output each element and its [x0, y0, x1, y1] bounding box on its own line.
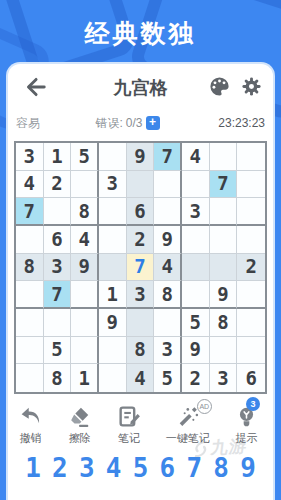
undo-label: 撤销 — [20, 431, 42, 446]
numpad-4[interactable]: 4 — [102, 455, 126, 481]
cell-r4c1[interactable] — [16, 226, 44, 254]
cell-r6c7[interactable] — [182, 281, 210, 309]
cell-r4c9[interactable] — [237, 226, 265, 254]
erase-label: 擦除 — [69, 431, 91, 446]
cell-r8c7[interactable]: 9 — [182, 337, 210, 365]
ad-badge: AD — [197, 399, 212, 414]
cell-r7c1[interactable] — [16, 309, 44, 337]
cell-r3c7[interactable]: 3 — [182, 198, 210, 226]
cell-r6c6[interactable]: 8 — [154, 281, 182, 309]
hint-count-badge: 3 — [246, 397, 260, 411]
cell-r1c3[interactable]: 5 — [71, 143, 99, 171]
cell-r9c9[interactable]: 6 — [237, 364, 265, 392]
cell-r7c7[interactable]: 5 — [182, 309, 210, 337]
palette-icon — [208, 75, 231, 98]
cell-r3c5[interactable]: 6 — [127, 198, 155, 226]
cell-r5c8[interactable] — [210, 254, 238, 282]
hint-label: 提示 — [236, 431, 258, 446]
hint-button[interactable]: 3 提示 — [234, 404, 259, 446]
cell-r9c5[interactable]: 4 — [127, 364, 155, 392]
cell-r1c8[interactable] — [210, 143, 238, 171]
cell-r9c6[interactable]: 5 — [154, 364, 182, 392]
cell-r6c8[interactable]: 9 — [210, 281, 238, 309]
cell-r2c8[interactable]: 7 — [210, 171, 238, 199]
cell-r7c2[interactable] — [44, 309, 72, 337]
cell-r4c7[interactable] — [182, 226, 210, 254]
game-card: 九宫格 — [6, 62, 275, 500]
cell-r6c9[interactable] — [237, 281, 265, 309]
cell-r2c7[interactable] — [182, 171, 210, 199]
numpad-9[interactable]: 9 — [236, 455, 260, 481]
numpad-8[interactable]: 8 — [209, 455, 233, 481]
numpad-3[interactable]: 3 — [75, 455, 99, 481]
cell-r6c1[interactable] — [16, 281, 44, 309]
cell-r8c1[interactable] — [16, 337, 44, 365]
cell-r6c4[interactable]: 1 — [99, 281, 127, 309]
cell-r1c4[interactable] — [99, 143, 127, 171]
cell-r5c4[interactable] — [99, 254, 127, 282]
cell-r8c4[interactable] — [99, 337, 127, 365]
numpad-6[interactable]: 6 — [155, 455, 179, 481]
cell-r8c2[interactable]: 5 — [44, 337, 72, 365]
cell-r4c4[interactable] — [99, 226, 127, 254]
cell-r8c8[interactable] — [210, 337, 238, 365]
cell-r5c6[interactable]: 4 — [154, 254, 182, 282]
cell-r3c2[interactable] — [44, 198, 72, 226]
cell-r5c7[interactable] — [182, 254, 210, 282]
cell-r1c1[interactable]: 3 — [16, 143, 44, 171]
cell-r4c6[interactable]: 9 — [154, 226, 182, 254]
cell-r7c9[interactable] — [237, 309, 265, 337]
errors-value: 0/3 — [126, 116, 143, 130]
difficulty-label: 容易 — [16, 115, 68, 132]
cell-r7c8[interactable]: 8 — [210, 309, 238, 337]
cell-r6c2[interactable]: 7 — [44, 281, 72, 309]
cell-r8c9[interactable] — [237, 337, 265, 365]
toolbar: 撤销 擦除 笔记 AD — [8, 394, 273, 446]
cell-r3c8[interactable] — [210, 198, 238, 226]
card-header: 九宫格 — [8, 64, 273, 110]
cell-r3c1[interactable]: 7 — [16, 198, 44, 226]
cell-r7c3[interactable] — [71, 309, 99, 337]
settings-gear-icon — [240, 75, 263, 98]
cell-r2c2[interactable]: 2 — [44, 171, 72, 199]
notes-label: 笔记 — [118, 431, 140, 446]
eraser-icon — [67, 404, 92, 429]
numpad-2[interactable]: 2 — [48, 455, 72, 481]
numpad-7[interactable]: 7 — [182, 455, 206, 481]
cell-r9c3[interactable]: 1 — [71, 364, 99, 392]
undo-icon — [18, 404, 43, 429]
cell-r6c5[interactable]: 3 — [127, 281, 155, 309]
cell-r5c2[interactable]: 3 — [44, 254, 72, 282]
cell-r9c1[interactable] — [16, 364, 44, 392]
numpad-1[interactable]: 1 — [21, 455, 45, 481]
cell-r3c9[interactable] — [237, 198, 265, 226]
cell-r8c6[interactable]: 3 — [154, 337, 182, 365]
cell-r5c3[interactable]: 9 — [71, 254, 99, 282]
cell-r3c3[interactable]: 8 — [71, 198, 99, 226]
cell-r5c1[interactable]: 8 — [16, 254, 44, 282]
cell-r7c4[interactable]: 9 — [99, 309, 127, 337]
cell-r4c8[interactable] — [210, 226, 238, 254]
auto-notes-label: 一键笔记 — [166, 431, 210, 446]
undo-button[interactable]: 撤销 — [18, 404, 43, 446]
cell-r5c9[interactable]: 2 — [237, 254, 265, 282]
cell-r1c6[interactable]: 7 — [154, 143, 182, 171]
cell-r7c5[interactable] — [127, 309, 155, 337]
cell-r1c5[interactable]: 9 — [127, 143, 155, 171]
timer: 23:23:23 — [187, 116, 265, 130]
cell-r8c5[interactable]: 8 — [127, 337, 155, 365]
cell-r2c1[interactable]: 4 — [16, 171, 44, 199]
cell-r1c7[interactable]: 4 — [182, 143, 210, 171]
cell-r3c4[interactable] — [99, 198, 127, 226]
cell-r3c6[interactable] — [154, 198, 182, 226]
cell-r2c4[interactable]: 3 — [99, 171, 127, 199]
errors-label: 错误: — [95, 115, 122, 132]
cell-r4c2[interactable]: 6 — [44, 226, 72, 254]
theme-palette-button[interactable] — [208, 75, 231, 98]
sudoku-grid: 3159744237786364298397427138995858398145… — [14, 141, 267, 394]
cell-r2c5[interactable] — [127, 171, 155, 199]
cell-r2c6[interactable] — [154, 171, 182, 199]
status-row: 容易 错误: 0/3 + 23:23:23 — [8, 112, 273, 134]
cell-r2c9[interactable] — [237, 171, 265, 199]
cell-r5c5[interactable]: 7 — [127, 254, 155, 282]
app-banner-title: 经典数独 — [0, 17, 281, 50]
cell-r4c5[interactable]: 2 — [127, 226, 155, 254]
cell-r8c3[interactable] — [71, 337, 99, 365]
numpad-5[interactable]: 5 — [129, 455, 153, 481]
cell-r9c4[interactable] — [99, 364, 127, 392]
cell-r9c7[interactable]: 2 — [182, 364, 210, 392]
cell-r9c2[interactable]: 8 — [44, 364, 72, 392]
notes-icon — [117, 404, 142, 429]
notes-button[interactable]: 笔记 — [117, 404, 142, 446]
auto-notes-button[interactable]: AD 一键笔记 — [166, 404, 210, 446]
add-error-chance-button[interactable]: + — [146, 116, 160, 130]
cell-r4c3[interactable]: 4 — [71, 226, 99, 254]
erase-button[interactable]: 擦除 — [67, 404, 92, 446]
cell-r9c8[interactable]: 3 — [210, 364, 238, 392]
cell-r1c9[interactable] — [237, 143, 265, 171]
cell-r2c3[interactable] — [71, 171, 99, 199]
cell-r6c3[interactable] — [71, 281, 99, 309]
cell-r1c2[interactable]: 1 — [44, 143, 72, 171]
number-pad: 123456789 — [8, 446, 273, 481]
cell-r7c6[interactable] — [154, 309, 182, 337]
settings-button[interactable] — [240, 75, 263, 98]
